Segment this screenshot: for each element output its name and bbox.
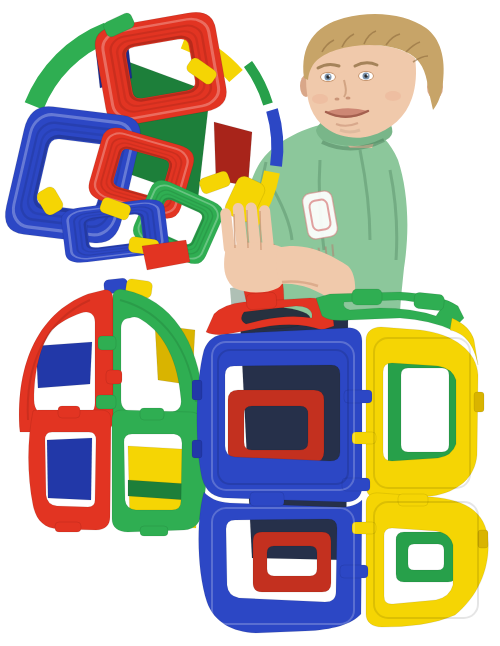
dome-green-tab — [140, 408, 164, 420]
cylinder-blue-edge-notch — [192, 440, 202, 458]
cylinder-green-rim-tab — [352, 289, 382, 305]
left-nostril — [335, 98, 340, 101]
cylinder-yellow-row-tab — [398, 494, 428, 506]
right-cheek-blush — [385, 91, 401, 101]
dome-red-tab — [58, 406, 80, 418]
dome-red-tab — [55, 522, 81, 532]
left-cheek-blush — [312, 94, 328, 104]
cylinder-yellow-edge-notch — [478, 530, 488, 548]
dome-back-blue-plate — [36, 342, 92, 388]
dome-green-tab — [98, 336, 116, 350]
cylinder-yellow-seam-tab — [352, 432, 376, 444]
cylinder-blue-row-tab — [250, 492, 284, 506]
dome-green-tab — [140, 526, 168, 536]
cylinder-yellow-edge-notch — [474, 392, 484, 412]
cylinder-yellow-seam-tab — [352, 522, 376, 534]
left-eye-highlight — [329, 75, 331, 77]
dome-green-tab — [96, 395, 116, 409]
photo — [0, 0, 500, 646]
right-eye-highlight — [367, 74, 369, 76]
cylinder-blue-edge-notch — [192, 380, 202, 400]
dome-back-blue-plate-lower — [47, 438, 92, 500]
cylinder-green-rim-tab — [413, 292, 445, 311]
right-nostril — [346, 97, 351, 100]
photo-canvas — [0, 0, 500, 646]
dome-red-tab — [106, 370, 122, 384]
cylinder-red-rim-tab — [246, 292, 277, 310]
ball-blue-arc-right — [272, 110, 277, 166]
dome-back-green-strip — [128, 480, 188, 500]
